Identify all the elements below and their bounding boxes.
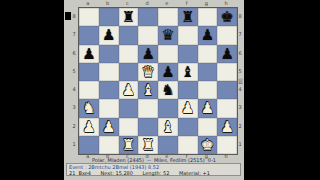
piece-bP-d6[interactable]: ♟: [141, 45, 154, 63]
square-f4[interactable]: [178, 81, 198, 99]
square-e8[interactable]: [158, 8, 178, 26]
square-g6[interactable]: [198, 45, 218, 63]
piece-wR-d1[interactable]: ♜: [141, 136, 154, 154]
square-f3[interactable]: ♟: [178, 99, 198, 117]
square-e3[interactable]: [158, 99, 178, 117]
square-g5[interactable]: [198, 63, 218, 81]
square-c1[interactable]: ♜: [119, 136, 139, 154]
file-label-a: a: [78, 0, 98, 6]
rank-label-7: 7: [71, 25, 77, 43]
rank-label-3: 3: [71, 98, 77, 116]
rank-label-8: 8: [71, 7, 77, 25]
square-a5[interactable]: [79, 63, 99, 81]
square-g3[interactable]: ♟: [198, 99, 218, 117]
square-f2[interactable]: [178, 118, 198, 136]
piece-bP-b7[interactable]: ♟: [102, 26, 115, 44]
square-b4[interactable]: [99, 81, 119, 99]
square-f6[interactable]: [178, 45, 198, 63]
file-label-b: b: [98, 0, 118, 6]
square-d1[interactable]: ♜: [138, 136, 158, 154]
piece-bQ-e7[interactable]: ♛: [161, 26, 174, 44]
piece-wP-f3[interactable]: ♟: [181, 99, 194, 117]
square-c5[interactable]: [119, 63, 139, 81]
square-b5[interactable]: [99, 63, 119, 81]
square-e4[interactable]: ♞: [158, 81, 178, 99]
square-b1[interactable]: [99, 136, 119, 154]
square-e5[interactable]: ♟: [158, 63, 178, 81]
file-label-d: d: [137, 0, 157, 6]
square-b8[interactable]: [99, 8, 119, 26]
file-label-h: h: [216, 0, 236, 6]
square-d2[interactable]: [138, 118, 158, 136]
square-a2[interactable]: ♟: [79, 118, 99, 136]
file-label-f: f: [177, 0, 197, 6]
piece-wP-a2[interactable]: ♟: [82, 118, 95, 136]
square-d8[interactable]: [138, 8, 158, 26]
square-g7[interactable]: ♟: [198, 26, 218, 44]
square-h4[interactable]: [217, 81, 237, 99]
square-h3[interactable]: [217, 99, 237, 117]
video-frame: abcdefgh abcdefgh 87654321 87654321 ♜♜♚♟…: [0, 0, 320, 180]
piece-wB-d4[interactable]: ♝: [141, 81, 154, 99]
square-b7[interactable]: ♟: [99, 26, 119, 44]
piece-bB-f5[interactable]: ♝: [181, 63, 194, 81]
square-a6[interactable]: ♟: [79, 45, 99, 63]
file-labels-top: abcdefgh: [78, 0, 236, 6]
piece-wP-c4[interactable]: ♟: [122, 81, 135, 99]
piece-bR-f8[interactable]: ♜: [181, 8, 194, 26]
piece-wK-g1[interactable]: ♚: [201, 136, 214, 154]
square-h6[interactable]: ♟: [217, 45, 237, 63]
square-a8[interactable]: [79, 8, 99, 26]
square-c3[interactable]: [119, 99, 139, 117]
piece-wQ-d5[interactable]: ♛: [141, 63, 154, 81]
square-f8[interactable]: ♜: [178, 8, 198, 26]
piece-wP-h2[interactable]: ♟: [220, 118, 233, 136]
piece-bP-g7[interactable]: ♟: [201, 26, 214, 44]
move-status-line: 21 Bxe4 Next: 15.280 Length: 52 Material…: [69, 170, 210, 176]
square-c7[interactable]: [119, 26, 139, 44]
square-f5[interactable]: ♝: [178, 63, 198, 81]
square-c4[interactable]: ♟: [119, 81, 139, 99]
square-d5[interactable]: ♛: [138, 63, 158, 81]
square-h2[interactable]: ♟: [217, 118, 237, 136]
square-a1[interactable]: [79, 136, 99, 154]
rank-label-2: 2: [71, 117, 77, 135]
square-d7[interactable]: [138, 26, 158, 44]
square-h7[interactable]: [217, 26, 237, 44]
rank-label-1: 1: [71, 135, 77, 153]
square-b2[interactable]: ♟: [99, 118, 119, 136]
rank-label-6: 6: [71, 44, 77, 62]
square-d6[interactable]: ♟: [138, 45, 158, 63]
rank-label-5: 5: [71, 62, 77, 80]
chess-board: ♜♜♚♟♛♟♟♟♟♛♟♝♟♝♞♞♟♟♟♟♝♟♜♜♚: [78, 7, 238, 155]
square-g1[interactable]: ♚: [198, 136, 218, 154]
chess-app-panel: abcdefgh abcdefgh 87654321 87654321 ♜♜♚♟…: [64, 0, 244, 180]
square-h8[interactable]: ♚: [217, 8, 237, 26]
file-label-e: e: [157, 0, 177, 6]
square-g2[interactable]: [198, 118, 218, 136]
square-b3[interactable]: [99, 99, 119, 117]
square-f7[interactable]: [178, 26, 198, 44]
file-label-c: c: [118, 0, 138, 6]
square-c6[interactable]: [119, 45, 139, 63]
square-b6[interactable]: [99, 45, 119, 63]
square-c2[interactable]: [119, 118, 139, 136]
square-h1[interactable]: [217, 136, 237, 154]
piece-bR-c8[interactable]: ♜: [122, 8, 135, 26]
piece-wP-b2[interactable]: ♟: [102, 118, 115, 136]
square-e2[interactable]: ♝: [158, 118, 178, 136]
square-e7[interactable]: ♛: [158, 26, 178, 44]
piece-bK-h8[interactable]: ♚: [220, 8, 233, 26]
square-f1[interactable]: [178, 136, 198, 154]
piece-bP-h6[interactable]: ♟: [220, 45, 233, 63]
piece-bP-a6[interactable]: ♟: [82, 45, 95, 63]
square-d3[interactable]: [138, 99, 158, 117]
piece-wB-e2[interactable]: ♝: [161, 118, 174, 136]
piece-bP-e5[interactable]: ♟: [161, 63, 174, 81]
square-g4[interactable]: [198, 81, 218, 99]
piece-wP-g3[interactable]: ♟: [201, 99, 214, 117]
eval-queen-icon: ♕: [237, 78, 244, 86]
black-to-move-indicator: [65, 12, 71, 20]
piece-wN-a3[interactable]: ♞: [82, 99, 95, 117]
square-c8[interactable]: ♜: [119, 8, 139, 26]
square-a7[interactable]: [79, 26, 99, 44]
square-e6[interactable]: [158, 45, 178, 63]
rank-label-4: 4: [71, 80, 77, 98]
piece-wR-c1[interactable]: ♜: [122, 136, 135, 154]
square-a4[interactable]: [79, 81, 99, 99]
square-h5[interactable]: [217, 63, 237, 81]
square-g8[interactable]: [198, 8, 218, 26]
rank-labels-left: 87654321: [71, 7, 77, 153]
square-d4[interactable]: ♝: [138, 81, 158, 99]
square-e1[interactable]: [158, 136, 178, 154]
game-info-box: Event : 2Bmtchu 2Bmal (1943) 8.52 21 Bxe…: [66, 163, 241, 176]
file-label-g: g: [197, 0, 217, 6]
square-a3[interactable]: ♞: [79, 99, 99, 117]
piece-bN-e4[interactable]: ♞: [161, 81, 174, 99]
